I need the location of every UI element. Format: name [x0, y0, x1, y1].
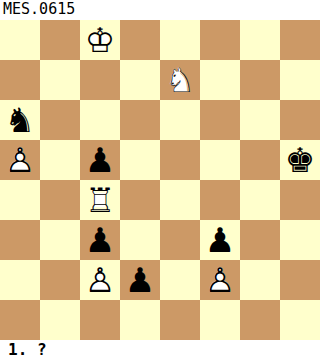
square-f5[interactable] — [200, 140, 240, 180]
square-a8[interactable] — [0, 20, 40, 60]
square-e8[interactable] — [160, 20, 200, 60]
square-d2[interactable]: ♟ — [120, 260, 160, 300]
square-g2[interactable] — [240, 260, 280, 300]
square-f7[interactable] — [200, 60, 240, 100]
square-d4[interactable] — [120, 180, 160, 220]
square-d8[interactable] — [120, 20, 160, 60]
black-pawn-icon: ♟ — [80, 220, 120, 260]
square-h5[interactable]: ♚ — [280, 140, 320, 180]
square-h8[interactable] — [280, 20, 320, 60]
square-d7[interactable] — [120, 60, 160, 100]
white-knight-icon: ♘ — [160, 60, 200, 100]
square-g8[interactable] — [240, 20, 280, 60]
black-pawn-icon: ♟ — [200, 220, 240, 260]
square-d1[interactable] — [120, 300, 160, 340]
square-f8[interactable] — [200, 20, 240, 60]
square-h2[interactable] — [280, 260, 320, 300]
square-b5[interactable] — [40, 140, 80, 180]
square-g3[interactable] — [240, 220, 280, 260]
square-a6[interactable]: ♞ — [0, 100, 40, 140]
square-d3[interactable] — [120, 220, 160, 260]
white-pawn-icon: ♙ — [200, 260, 240, 300]
square-b6[interactable] — [40, 100, 80, 140]
chess-board: ♚♔♞♘♞♟♙♟♚♜♖♟♟♟♙♟♟♙ — [0, 20, 320, 340]
white-king-icon: ♔ — [80, 20, 120, 60]
square-c5[interactable]: ♟ — [80, 140, 120, 180]
square-d5[interactable] — [120, 140, 160, 180]
black-king-icon: ♚ — [280, 140, 320, 180]
square-a5[interactable]: ♟♙ — [0, 140, 40, 180]
white-rook-icon: ♖ — [80, 180, 120, 220]
square-g4[interactable] — [240, 180, 280, 220]
square-c2[interactable]: ♟♙ — [80, 260, 120, 300]
square-b1[interactable] — [40, 300, 80, 340]
square-c8[interactable]: ♚♔ — [80, 20, 120, 60]
square-a1[interactable] — [0, 300, 40, 340]
square-h4[interactable] — [280, 180, 320, 220]
square-e6[interactable] — [160, 100, 200, 140]
square-e4[interactable] — [160, 180, 200, 220]
square-c3[interactable]: ♟ — [80, 220, 120, 260]
square-h3[interactable] — [280, 220, 320, 260]
square-c6[interactable] — [80, 100, 120, 140]
square-b8[interactable] — [40, 20, 80, 60]
square-e3[interactable] — [160, 220, 200, 260]
square-a3[interactable] — [0, 220, 40, 260]
square-a2[interactable] — [0, 260, 40, 300]
square-c7[interactable] — [80, 60, 120, 100]
white-pawn-icon: ♙ — [0, 140, 40, 180]
square-h1[interactable] — [280, 300, 320, 340]
square-h6[interactable] — [280, 100, 320, 140]
square-f6[interactable] — [200, 100, 240, 140]
black-pawn-icon: ♟ — [80, 140, 120, 180]
white-pawn-icon: ♙ — [80, 260, 120, 300]
square-d6[interactable] — [120, 100, 160, 140]
square-a4[interactable] — [0, 180, 40, 220]
square-e1[interactable] — [160, 300, 200, 340]
square-e7[interactable]: ♞♘ — [160, 60, 200, 100]
square-f1[interactable] — [200, 300, 240, 340]
square-g1[interactable] — [240, 300, 280, 340]
square-f2[interactable]: ♟♙ — [200, 260, 240, 300]
square-b4[interactable] — [40, 180, 80, 220]
square-b7[interactable] — [40, 60, 80, 100]
black-knight-icon: ♞ — [0, 100, 40, 140]
square-c4[interactable]: ♜♖ — [80, 180, 120, 220]
square-f4[interactable] — [200, 180, 240, 220]
chess-puzzle-page: MES.0615 ♚♔♞♘♞♟♙♟♚♜♖♟♟♟♙♟♟♙ 1. ? — [0, 0, 320, 360]
puzzle-id-title: MES.0615 — [0, 0, 320, 20]
move-prompt: 1. ? — [0, 340, 320, 360]
square-a7[interactable] — [0, 60, 40, 100]
square-f3[interactable]: ♟ — [200, 220, 240, 260]
square-b3[interactable] — [40, 220, 80, 260]
black-pawn-icon: ♟ — [120, 260, 160, 300]
square-e5[interactable] — [160, 140, 200, 180]
square-h7[interactable] — [280, 60, 320, 100]
square-c1[interactable] — [80, 300, 120, 340]
square-b2[interactable] — [40, 260, 80, 300]
square-g6[interactable] — [240, 100, 280, 140]
square-g5[interactable] — [240, 140, 280, 180]
square-g7[interactable] — [240, 60, 280, 100]
square-e2[interactable] — [160, 260, 200, 300]
